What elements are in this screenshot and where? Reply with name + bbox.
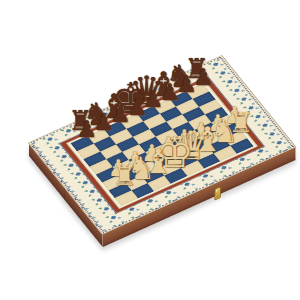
piece-white-rook[interactable]: ♜ (105, 153, 145, 199)
chess-box-photo: ♜♟♟♜♞♟♟♞♝♟♟♝♛♟♟♛♚♟♟♚♝♟♟♝♞♟♟♞♜♟♟♜ (0, 0, 300, 300)
